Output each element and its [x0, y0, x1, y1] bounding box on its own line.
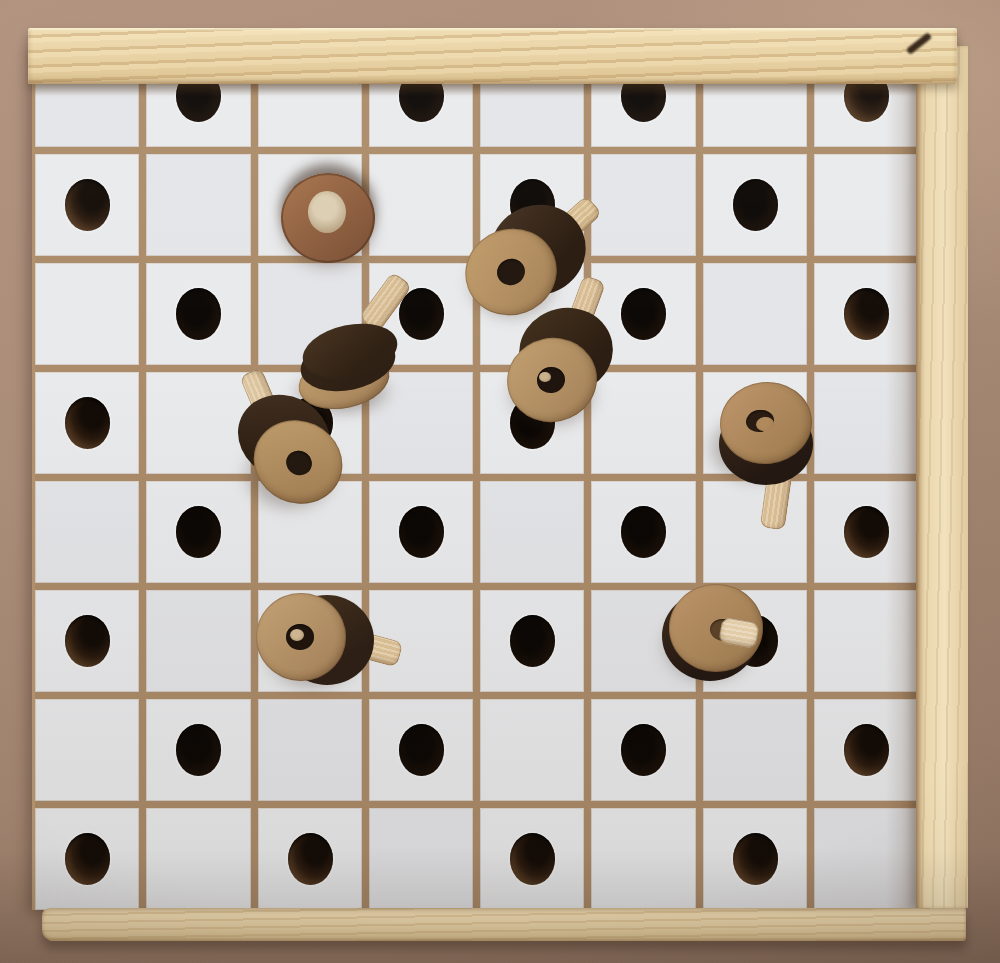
photo-scene — [0, 0, 1000, 963]
pieces-layer — [0, 0, 1000, 963]
p7-glint — [290, 629, 304, 641]
p5-glint — [539, 372, 551, 382]
p1-peg-stub — [308, 191, 346, 233]
